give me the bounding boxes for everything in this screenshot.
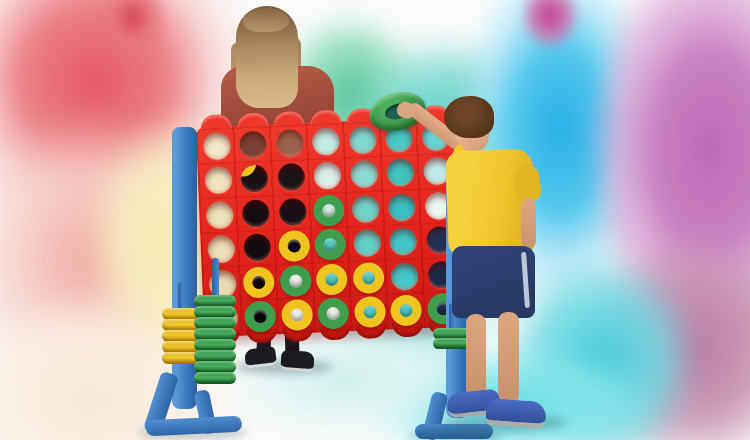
- yellow-disc: [354, 296, 386, 328]
- board-hole: [204, 166, 232, 194]
- board-hole: [242, 199, 270, 227]
- boy-forearm-left: [521, 198, 536, 248]
- board-hole: [349, 126, 377, 154]
- green-disc: [244, 301, 276, 333]
- board-cell-r1c3: [271, 125, 309, 161]
- board-cell-r2c6: [382, 155, 420, 191]
- yellow-disc: [316, 263, 348, 295]
- spare-stack-green: [194, 295, 236, 383]
- board-cell-r4c1: [202, 231, 240, 267]
- board-cell-r4c6: [384, 224, 422, 260]
- yellow-disc: [278, 230, 310, 262]
- boy-hair: [444, 96, 494, 138]
- boy-shoe-right: [485, 398, 547, 429]
- board-cell-r4c2: [239, 230, 277, 266]
- spare-green-disc: [194, 372, 236, 384]
- board-cell-r4c3: [275, 228, 313, 264]
- board-cell-r6c3: [278, 297, 316, 333]
- board-hole: [239, 130, 267, 158]
- yellow-disc: [281, 299, 313, 331]
- board-hole: [391, 262, 419, 290]
- board-cell-r4c5: [348, 225, 386, 261]
- board-cell-r6c6: [387, 293, 425, 329]
- board-cell-r3c4: [310, 192, 348, 228]
- board-cell-r3c2: [237, 195, 275, 231]
- board-cell-r1c1: [198, 128, 236, 164]
- board-cell-r3c3: [274, 194, 312, 230]
- board-hole: [314, 162, 342, 190]
- green-disc: [314, 229, 346, 261]
- spare-green-disc: [433, 338, 470, 349]
- board-hole: [386, 159, 414, 187]
- green-disc: [279, 265, 311, 297]
- board-cell-r4c4: [312, 227, 350, 263]
- board-hole: [312, 127, 340, 155]
- board-hole: [279, 198, 307, 226]
- board-cell-r5c3: [277, 263, 315, 299]
- board-cell-r6c5: [351, 294, 389, 330]
- board-cell-r2c1: [199, 162, 237, 198]
- green-disc: [317, 298, 349, 330]
- board-cell-r2c4: [309, 158, 347, 194]
- woman-shoe-right: [280, 350, 314, 372]
- board-hole: [206, 201, 234, 229]
- yellow-disc: [390, 294, 422, 326]
- board-hole: [203, 132, 231, 160]
- board-hole: [389, 228, 417, 256]
- board-cell-r1c2: [234, 126, 272, 162]
- board-hole: [353, 229, 381, 257]
- spare-stack-right-green: [433, 328, 470, 348]
- board-cell-r6c4: [314, 296, 352, 332]
- board-cell-r2c3: [272, 159, 310, 195]
- boy-leg-left: [466, 314, 486, 398]
- woman-shoe-left: [244, 346, 277, 369]
- board-hole: [350, 160, 378, 188]
- spare-pole-green: [212, 258, 219, 300]
- board-cell-r2c5: [345, 156, 383, 192]
- board-cell-r6c2: [241, 299, 279, 335]
- board-hole: [351, 195, 379, 223]
- connect-four-board: [196, 117, 465, 338]
- board-grid: [198, 119, 462, 337]
- board-hole: [276, 129, 304, 157]
- board-cell-r5c6: [386, 258, 424, 294]
- scene: [0, 0, 750, 440]
- yellow-disc: [352, 262, 384, 294]
- board-hole: [277, 163, 305, 191]
- board-cell-r5c4: [313, 261, 351, 297]
- board-cell-r1c4: [307, 123, 345, 159]
- yellow-disc: [243, 266, 275, 298]
- board-hole: [388, 193, 416, 221]
- woman-hair-fringe: [243, 8, 289, 32]
- floor-shadow-right-foot: [408, 430, 503, 440]
- board-hole: [241, 165, 269, 193]
- board-cell-r2c2: [236, 161, 274, 197]
- board-cell-r5c2: [240, 264, 278, 300]
- board-cell-r3c6: [383, 189, 421, 225]
- partial-yellow-disc: [241, 165, 257, 178]
- board-hole: [244, 234, 272, 262]
- green-disc: [313, 194, 345, 226]
- board-cell-r3c1: [201, 197, 239, 233]
- board-cell-r5c5: [349, 260, 387, 296]
- boy-leg-right: [498, 312, 519, 404]
- board-cell-r3c5: [347, 191, 385, 227]
